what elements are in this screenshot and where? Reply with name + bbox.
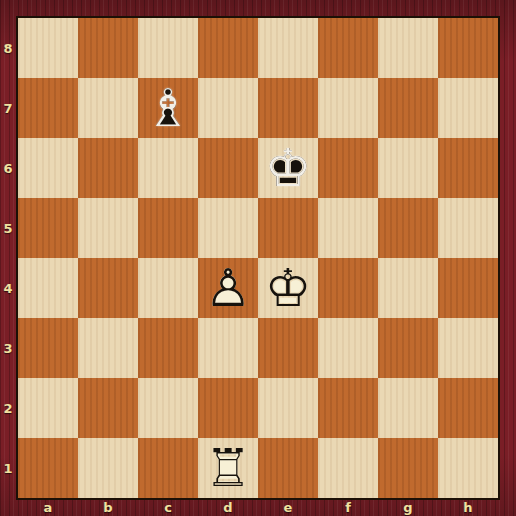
square-c3[interactable]	[138, 318, 198, 378]
square-h2[interactable]	[438, 378, 498, 438]
square-e3[interactable]	[258, 318, 318, 378]
file-label-d: d	[198, 498, 258, 516]
rank-label-2: 2	[0, 378, 16, 438]
square-d2[interactable]	[198, 378, 258, 438]
square-b3[interactable]	[78, 318, 138, 378]
square-c4[interactable]	[138, 258, 198, 318]
square-g5[interactable]	[378, 198, 438, 258]
rank-labels: 87654321	[0, 18, 16, 498]
square-f5[interactable]	[318, 198, 378, 258]
square-a2[interactable]	[18, 378, 78, 438]
square-a5[interactable]	[18, 198, 78, 258]
square-g8[interactable]	[378, 18, 438, 78]
file-label-g: g	[378, 498, 438, 516]
square-g3[interactable]	[378, 318, 438, 378]
rank-label-1: 1	[0, 438, 16, 498]
square-e1[interactable]	[258, 438, 318, 498]
black-bishop-glyph-outline: ♗	[138, 78, 198, 138]
square-b8[interactable]	[78, 18, 138, 78]
square-a3[interactable]	[18, 318, 78, 378]
piece-white-king-e4[interactable]: ♚♔	[258, 258, 318, 318]
piece-black-bishop-c7[interactable]: ♝♗	[138, 78, 198, 138]
file-label-h: h	[438, 498, 498, 516]
square-b2[interactable]	[78, 378, 138, 438]
square-c1[interactable]	[138, 438, 198, 498]
square-g6[interactable]	[378, 138, 438, 198]
square-c2[interactable]	[138, 378, 198, 438]
file-label-f: f	[318, 498, 378, 516]
square-f1[interactable]	[318, 438, 378, 498]
chess-board: ♝♗♚♔♟♙♚♔♜♖	[16, 16, 500, 500]
rank-label-5: 5	[0, 198, 16, 258]
square-b4[interactable]	[78, 258, 138, 318]
square-f2[interactable]	[318, 378, 378, 438]
square-c5[interactable]	[138, 198, 198, 258]
square-a4[interactable]	[18, 258, 78, 318]
square-g7[interactable]	[378, 78, 438, 138]
square-h5[interactable]	[438, 198, 498, 258]
square-d6[interactable]	[198, 138, 258, 198]
square-f3[interactable]	[318, 318, 378, 378]
square-g4[interactable]	[378, 258, 438, 318]
square-e5[interactable]	[258, 198, 318, 258]
file-label-a: a	[18, 498, 78, 516]
square-e6[interactable]: ♚♔	[258, 138, 318, 198]
file-labels: abcdefgh	[18, 498, 498, 516]
rank-label-6: 6	[0, 138, 16, 198]
chess-diagram: ♝♗♚♔♟♙♚♔♜♖ 87654321 abcdefgh	[0, 0, 516, 516]
file-label-e: e	[258, 498, 318, 516]
rank-label-3: 3	[0, 318, 16, 378]
square-d4[interactable]: ♟♙	[198, 258, 258, 318]
file-label-c: c	[138, 498, 198, 516]
square-g2[interactable]	[378, 378, 438, 438]
piece-black-king-e6[interactable]: ♚♔	[258, 138, 318, 198]
square-h6[interactable]	[438, 138, 498, 198]
square-f6[interactable]	[318, 138, 378, 198]
square-a7[interactable]	[18, 78, 78, 138]
square-b5[interactable]	[78, 198, 138, 258]
square-f7[interactable]	[318, 78, 378, 138]
rank-label-8: 8	[0, 18, 16, 78]
square-c6[interactable]	[138, 138, 198, 198]
square-a1[interactable]	[18, 438, 78, 498]
rank-label-7: 7	[0, 78, 16, 138]
square-b6[interactable]	[78, 138, 138, 198]
square-e2[interactable]	[258, 378, 318, 438]
square-d8[interactable]	[198, 18, 258, 78]
square-f8[interactable]	[318, 18, 378, 78]
square-a8[interactable]	[18, 18, 78, 78]
square-e7[interactable]	[258, 78, 318, 138]
square-h4[interactable]	[438, 258, 498, 318]
square-c8[interactable]	[138, 18, 198, 78]
square-a6[interactable]	[18, 138, 78, 198]
file-label-b: b	[78, 498, 138, 516]
piece-white-rook-d1[interactable]: ♜♖	[198, 438, 258, 498]
square-b7[interactable]	[78, 78, 138, 138]
square-g1[interactable]	[378, 438, 438, 498]
white-king-glyph-outline: ♔	[258, 258, 318, 318]
square-d1[interactable]: ♜♖	[198, 438, 258, 498]
white-rook-glyph-outline: ♖	[198, 438, 258, 498]
square-d7[interactable]	[198, 78, 258, 138]
square-d5[interactable]	[198, 198, 258, 258]
black-king-glyph-outline: ♔	[258, 138, 318, 198]
square-e4[interactable]: ♚♔	[258, 258, 318, 318]
white-pawn-glyph-outline: ♙	[198, 258, 258, 318]
square-f4[interactable]	[318, 258, 378, 318]
piece-white-pawn-d4[interactable]: ♟♙	[198, 258, 258, 318]
square-d3[interactable]	[198, 318, 258, 378]
square-c7[interactable]: ♝♗	[138, 78, 198, 138]
square-b1[interactable]	[78, 438, 138, 498]
rank-label-4: 4	[0, 258, 16, 318]
square-h7[interactable]	[438, 78, 498, 138]
square-e8[interactable]	[258, 18, 318, 78]
square-h8[interactable]	[438, 18, 498, 78]
square-h3[interactable]	[438, 318, 498, 378]
square-h1[interactable]	[438, 438, 498, 498]
